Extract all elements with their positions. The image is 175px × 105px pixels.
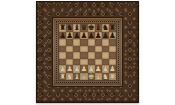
square-d1: ♛ xyxy=(80,73,87,81)
chess-set-photo: ♜♞♝♛♚♝♞♜♟♟♟♟♟♟♟♟♟♟♟♟♟♟♟♟♜♞♝♛♚♝♞♜ xyxy=(36,1,139,103)
piece-white-rook: ♜ xyxy=(59,72,66,80)
square-a2: ♟ xyxy=(59,65,66,73)
piece-black-pawn: ♟ xyxy=(95,31,102,39)
piece-white-pawn: ♟ xyxy=(88,65,95,73)
square-b7: ♟ xyxy=(66,32,73,40)
square-c1: ♝ xyxy=(73,73,80,81)
piece-white-pawn: ♟ xyxy=(66,65,73,73)
square-a1: ♜ xyxy=(59,73,66,81)
piece-black-rook: ♜ xyxy=(59,24,66,32)
piece-white-pawn: ♟ xyxy=(73,65,80,73)
piece-white-knight: ♞ xyxy=(102,72,109,80)
piece-black-bishop: ♝ xyxy=(73,24,80,32)
square-c7: ♟ xyxy=(73,32,80,40)
square-b1: ♞ xyxy=(66,73,73,81)
piece-black-rook: ♜ xyxy=(109,24,116,32)
piece-black-pawn: ♟ xyxy=(109,31,116,39)
piece-black-knight: ♞ xyxy=(66,24,73,32)
square-d8: ♛ xyxy=(80,24,87,32)
chess-board: ♜♞♝♛♚♝♞♜♟♟♟♟♟♟♟♟♟♟♟♟♟♟♟♟♜♞♝♛♚♝♞♜ xyxy=(59,24,116,80)
piece-black-knight: ♞ xyxy=(102,24,109,32)
square-f7: ♟ xyxy=(95,32,102,40)
square-c2: ♟ xyxy=(73,65,80,73)
square-b8: ♞ xyxy=(66,24,73,32)
carved-wooden-frame: ♜♞♝♛♚♝♞♜♟♟♟♟♟♟♟♟♟♟♟♟♟♟♟♟♜♞♝♛♚♝♞♜ xyxy=(36,1,139,103)
piece-white-knight: ♞ xyxy=(66,72,73,80)
piece-white-pawn: ♟ xyxy=(109,65,116,73)
square-f1: ♝ xyxy=(95,73,102,81)
square-d7: ♟ xyxy=(80,32,87,40)
piece-black-pawn: ♟ xyxy=(59,31,66,39)
square-e2: ♟ xyxy=(88,65,95,73)
square-h1: ♜ xyxy=(109,73,116,81)
piece-black-pawn: ♟ xyxy=(73,31,80,39)
square-e8: ♚ xyxy=(88,24,95,32)
square-c8: ♝ xyxy=(73,24,80,32)
square-h2: ♟ xyxy=(109,65,116,73)
square-e1: ♚ xyxy=(88,73,95,81)
square-f2: ♟ xyxy=(95,65,102,73)
piece-white-pawn: ♟ xyxy=(59,65,66,73)
piece-black-pawn: ♟ xyxy=(88,31,95,39)
square-g2: ♟ xyxy=(102,65,109,73)
piece-white-pawn: ♟ xyxy=(102,65,109,73)
square-g1: ♞ xyxy=(102,73,109,81)
piece-black-pawn: ♟ xyxy=(102,31,109,39)
piece-white-queen: ♛ xyxy=(81,72,88,80)
board-margin: ♜♞♝♛♚♝♞♜♟♟♟♟♟♟♟♟♟♟♟♟♟♟♟♟♜♞♝♛♚♝♞♜ xyxy=(52,17,123,87)
square-g8: ♞ xyxy=(102,24,109,32)
square-d2: ♟ xyxy=(80,65,87,73)
piece-black-pawn: ♟ xyxy=(66,31,73,39)
piece-white-pawn: ♟ xyxy=(81,65,88,73)
piece-white-rook: ♜ xyxy=(109,72,116,80)
square-h7: ♟ xyxy=(109,32,116,40)
piece-black-pawn: ♟ xyxy=(81,31,88,39)
square-a8: ♜ xyxy=(59,24,66,32)
piece-black-queen: ♛ xyxy=(81,24,88,32)
square-f8: ♝ xyxy=(95,24,102,32)
piece-black-king: ♚ xyxy=(88,24,95,32)
piece-black-bishop: ♝ xyxy=(95,24,102,32)
square-b2: ♟ xyxy=(66,65,73,73)
piece-white-bishop: ♝ xyxy=(95,72,102,80)
square-g7: ♟ xyxy=(102,32,109,40)
piece-white-bishop: ♝ xyxy=(73,72,80,80)
piece-white-pawn: ♟ xyxy=(95,65,102,73)
piece-white-king: ♚ xyxy=(88,72,95,80)
square-e7: ♟ xyxy=(88,32,95,40)
square-h8: ♜ xyxy=(109,24,116,32)
square-a7: ♟ xyxy=(59,32,66,40)
